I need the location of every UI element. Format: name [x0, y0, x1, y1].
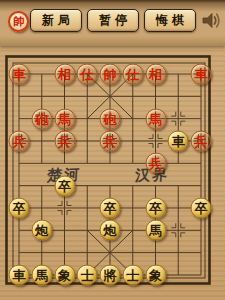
piece-black-cannon[interactable]: 炮 [31, 220, 52, 241]
piece-black-soldier[interactable]: 卒 [9, 197, 30, 218]
piece-black-chariot[interactable]: 車 [168, 130, 189, 151]
piece-red-general[interactable]: 帥 [100, 64, 121, 85]
piece-black-elephant[interactable]: 象 [145, 264, 166, 285]
piece-black-general[interactable]: 將 [100, 264, 121, 285]
piece-red-soldier[interactable]: 兵 [100, 130, 121, 151]
piece-red-advisor[interactable]: 仕 [77, 64, 98, 85]
speaker-icon[interactable] [200, 9, 224, 33]
piece-red-chariot[interactable]: 車 [191, 64, 212, 85]
piece-red-cannon[interactable]: 砲 [31, 108, 52, 129]
xiangqi-app: 帥 新局暂停悔棋 楚河 汉界 車相仕帥仕相車砲馬砲馬兵兵兵車兵兵卒卒卒卒卒炮炮馬… [0, 0, 225, 300]
piece-black-soldier[interactable]: 卒 [54, 175, 75, 196]
piece-black-soldier[interactable]: 卒 [145, 197, 166, 218]
turn-indicator-piece: 帥 [8, 11, 29, 32]
piece-black-chariot[interactable]: 車 [9, 264, 30, 285]
toolbar-buttons: 新局暂停悔棋 [30, 9, 196, 32]
piece-red-horse[interactable]: 馬 [145, 108, 166, 129]
piece-red-elephant[interactable]: 相 [54, 64, 75, 85]
piece-red-soldier[interactable]: 兵 [145, 153, 166, 174]
piece-black-horse[interactable]: 馬 [31, 264, 52, 285]
piece-red-advisor[interactable]: 仕 [122, 64, 143, 85]
piece-red-soldier[interactable]: 兵 [54, 130, 75, 151]
piece-red-soldier[interactable]: 兵 [9, 130, 30, 151]
piece-black-soldier[interactable]: 卒 [100, 197, 121, 218]
piece-black-soldier[interactable]: 卒 [191, 197, 212, 218]
piece-black-advisor[interactable]: 士 [122, 264, 143, 285]
pause-button[interactable]: 暂停 [87, 9, 139, 32]
piece-red-elephant[interactable]: 相 [145, 64, 166, 85]
piece-black-cannon[interactable]: 炮 [100, 220, 121, 241]
piece-red-horse[interactable]: 馬 [54, 108, 75, 129]
piece-red-cannon[interactable]: 砲 [100, 108, 121, 129]
toolbar: 帥 新局暂停悔棋 [0, 0, 225, 46]
piece-red-soldier[interactable]: 兵 [191, 130, 212, 151]
piece-red-chariot[interactable]: 車 [9, 64, 30, 85]
new-game-button[interactable]: 新局 [30, 9, 82, 32]
piece-black-advisor[interactable]: 士 [77, 264, 98, 285]
piece-black-elephant[interactable]: 象 [54, 264, 75, 285]
undo-move-button[interactable]: 悔棋 [144, 9, 196, 32]
piece-black-horse[interactable]: 馬 [145, 220, 166, 241]
